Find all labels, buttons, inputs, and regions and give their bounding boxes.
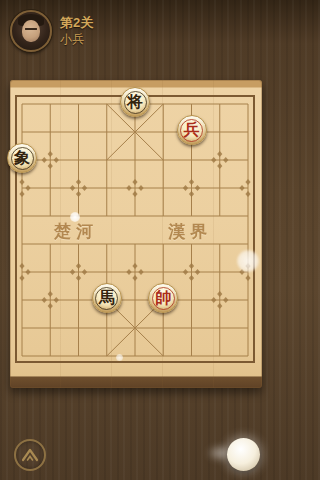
piece-label: 馬 bbox=[99, 290, 115, 306]
board-point[interactable] bbox=[177, 230, 205, 258]
board-point[interactable]: 将 bbox=[121, 90, 149, 118]
board-point[interactable] bbox=[121, 118, 149, 146]
board-point[interactable] bbox=[121, 258, 149, 286]
board-point[interactable] bbox=[121, 202, 149, 230]
board-point[interactable] bbox=[177, 90, 205, 118]
board-point[interactable] bbox=[234, 342, 262, 370]
board-point[interactable] bbox=[8, 90, 36, 118]
piece-black-象[interactable]: 象 bbox=[7, 143, 37, 173]
board-point[interactable] bbox=[93, 202, 121, 230]
board-point[interactable] bbox=[206, 146, 234, 174]
board-point[interactable] bbox=[149, 314, 177, 342]
board-point[interactable] bbox=[177, 342, 205, 370]
xiangqi-board: 楚河 漢界 将兵象馬帥 bbox=[10, 80, 262, 388]
board-point[interactable] bbox=[93, 90, 121, 118]
board-point[interactable] bbox=[149, 258, 177, 286]
board-point[interactable] bbox=[64, 146, 92, 174]
board-point[interactable] bbox=[149, 90, 177, 118]
board-point[interactable] bbox=[177, 258, 205, 286]
board-point[interactable] bbox=[149, 118, 177, 146]
glow-particle bbox=[237, 250, 259, 272]
board-point[interactable] bbox=[234, 314, 262, 342]
board-point[interactable] bbox=[8, 118, 36, 146]
board-point[interactable] bbox=[36, 90, 64, 118]
board-point[interactable] bbox=[93, 146, 121, 174]
board-point[interactable] bbox=[234, 286, 262, 314]
back-button[interactable] bbox=[14, 439, 46, 471]
board-point[interactable] bbox=[64, 118, 92, 146]
board-point[interactable] bbox=[64, 314, 92, 342]
piece-label: 兵 bbox=[184, 122, 200, 138]
board-point[interactable] bbox=[206, 286, 234, 314]
sparkle-particle bbox=[70, 212, 80, 222]
board-point[interactable] bbox=[149, 174, 177, 202]
level-label: 第2关 bbox=[60, 15, 93, 31]
board-point[interactable] bbox=[93, 174, 121, 202]
board-point[interactable] bbox=[8, 258, 36, 286]
board-point[interactable] bbox=[149, 202, 177, 230]
board-point[interactable] bbox=[206, 342, 234, 370]
board-point[interactable] bbox=[36, 174, 64, 202]
board-point[interactable] bbox=[8, 230, 36, 258]
board-grid: 将兵象馬帥 bbox=[8, 90, 262, 370]
board-point[interactable] bbox=[8, 314, 36, 342]
piece-black-馬[interactable]: 馬 bbox=[92, 283, 122, 313]
board-point[interactable] bbox=[93, 230, 121, 258]
board-point[interactable] bbox=[64, 230, 92, 258]
avatar[interactable] bbox=[10, 10, 52, 52]
board-point[interactable] bbox=[234, 146, 262, 174]
piece-red-兵[interactable]: 兵 bbox=[177, 115, 207, 145]
board-point[interactable] bbox=[64, 258, 92, 286]
board-point[interactable] bbox=[36, 146, 64, 174]
board-point[interactable] bbox=[8, 286, 36, 314]
board-point[interactable] bbox=[36, 230, 64, 258]
board-point[interactable] bbox=[206, 314, 234, 342]
board-point[interactable] bbox=[93, 258, 121, 286]
board-point[interactable]: 兵 bbox=[177, 118, 205, 146]
board-point[interactable] bbox=[8, 174, 36, 202]
board-point[interactable] bbox=[8, 202, 36, 230]
piece-label: 象 bbox=[14, 150, 30, 166]
board-point[interactable] bbox=[36, 314, 64, 342]
player-header: 第2关 小兵 bbox=[10, 10, 93, 52]
board-point[interactable] bbox=[36, 118, 64, 146]
piece-red-帥[interactable]: 帥 bbox=[148, 283, 178, 313]
board-point[interactable] bbox=[206, 202, 234, 230]
board-point[interactable] bbox=[36, 258, 64, 286]
chevron-up-icon bbox=[20, 446, 40, 464]
board-point[interactable] bbox=[36, 202, 64, 230]
board-point[interactable] bbox=[177, 146, 205, 174]
board-point[interactable] bbox=[121, 342, 149, 370]
board-point[interactable] bbox=[64, 286, 92, 314]
avatar-face bbox=[22, 20, 40, 42]
board-point[interactable] bbox=[36, 342, 64, 370]
board-point[interactable] bbox=[206, 258, 234, 286]
player-name: 小兵 bbox=[60, 32, 93, 47]
sparkle-particle bbox=[116, 354, 123, 361]
board-point[interactable] bbox=[64, 342, 92, 370]
board-point[interactable] bbox=[36, 286, 64, 314]
board-point[interactable] bbox=[177, 174, 205, 202]
board-point[interactable] bbox=[234, 90, 262, 118]
board-point[interactable] bbox=[149, 146, 177, 174]
board-point[interactable] bbox=[177, 286, 205, 314]
piece-label: 将 bbox=[127, 94, 143, 110]
board-point[interactable] bbox=[149, 230, 177, 258]
board-point[interactable] bbox=[93, 314, 121, 342]
board-point[interactable] bbox=[93, 118, 121, 146]
board-point[interactable] bbox=[64, 174, 92, 202]
board-point[interactable] bbox=[234, 202, 262, 230]
board-point[interactable] bbox=[177, 202, 205, 230]
board-point[interactable] bbox=[149, 342, 177, 370]
board-point[interactable] bbox=[206, 118, 234, 146]
board-point[interactable] bbox=[234, 118, 262, 146]
board-point[interactable] bbox=[8, 342, 36, 370]
board-point[interactable]: 馬 bbox=[93, 286, 121, 314]
avatar-eyes bbox=[25, 28, 37, 30]
board-point[interactable] bbox=[121, 146, 149, 174]
board-point[interactable] bbox=[206, 90, 234, 118]
board-point[interactable]: 帥 bbox=[149, 286, 177, 314]
board-point[interactable] bbox=[121, 314, 149, 342]
board-point[interactable] bbox=[206, 230, 234, 258]
piece-label: 帥 bbox=[155, 290, 171, 306]
white-orb-button[interactable] bbox=[227, 438, 260, 471]
board-point[interactable] bbox=[234, 174, 262, 202]
board-point[interactable] bbox=[121, 286, 149, 314]
board-point[interactable] bbox=[177, 314, 205, 342]
piece-black-将[interactable]: 将 bbox=[120, 87, 150, 117]
board-point[interactable] bbox=[121, 230, 149, 258]
board-point[interactable] bbox=[121, 174, 149, 202]
board-point[interactable] bbox=[64, 90, 92, 118]
board-point[interactable]: 象 bbox=[8, 146, 36, 174]
board-point[interactable] bbox=[206, 174, 234, 202]
